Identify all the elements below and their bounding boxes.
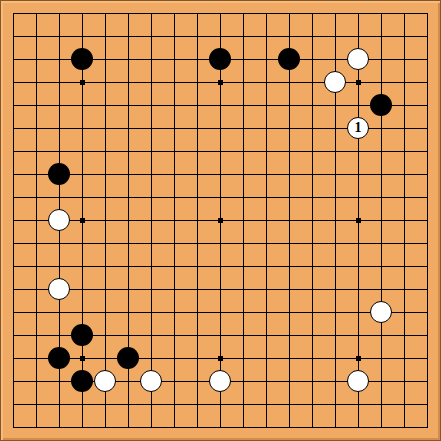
- white-stone: [94, 370, 116, 392]
- white-stone: [48, 278, 70, 300]
- white-stone: [370, 301, 392, 323]
- white-stone: [140, 370, 162, 392]
- white-stone: [347, 48, 369, 70]
- star-point: [218, 80, 223, 85]
- white-stone: [324, 71, 346, 93]
- black-stone: [71, 48, 93, 70]
- star-point: [356, 218, 361, 223]
- star-point: [80, 80, 85, 85]
- star-point: [80, 356, 85, 361]
- white-stone: [48, 209, 70, 231]
- black-stone: [48, 163, 70, 185]
- star-point: [356, 80, 361, 85]
- black-stone: [71, 370, 93, 392]
- black-stone: [48, 347, 70, 369]
- white-stone-move-1: 1: [347, 117, 369, 139]
- black-stone: [209, 48, 231, 70]
- go-board-diagram: 1: [0, 0, 441, 441]
- black-stone: [278, 48, 300, 70]
- white-stone: [347, 370, 369, 392]
- black-stone: [71, 324, 93, 346]
- move-number-label: 1: [355, 121, 362, 135]
- star-point: [218, 218, 223, 223]
- star-point: [80, 218, 85, 223]
- black-stone: [370, 94, 392, 116]
- black-stone: [117, 347, 139, 369]
- white-stone: [209, 370, 231, 392]
- star-point: [356, 356, 361, 361]
- star-point: [218, 356, 223, 361]
